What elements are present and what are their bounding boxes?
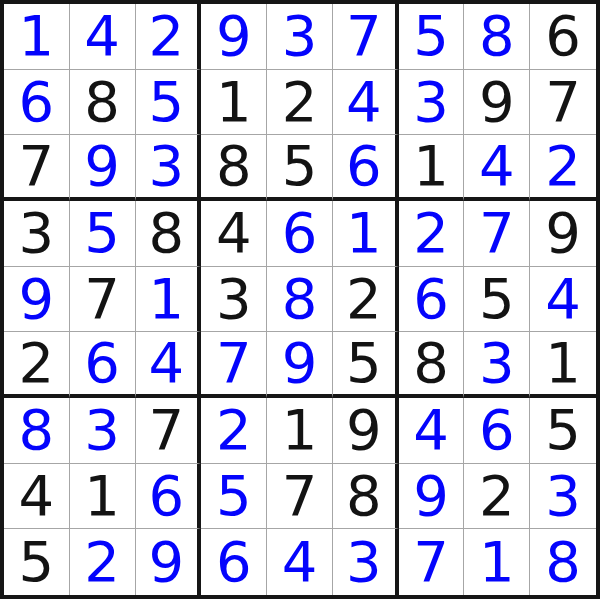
cell-r8c2[interactable]: 1 [70, 464, 136, 530]
cell-r6c4[interactable]: 7 [201, 332, 267, 398]
cell-r4c8[interactable]: 7 [464, 201, 530, 267]
cell-r6c3[interactable]: 4 [136, 332, 202, 398]
cell-r1c6[interactable]: 7 [333, 4, 399, 70]
cell-r5c5[interactable]: 8 [267, 267, 333, 333]
cell-r4c1[interactable]: 3 [4, 201, 70, 267]
sudoku-board: 1429375866851243977938561423584612799713… [0, 0, 600, 599]
cell-r5c8[interactable]: 5 [464, 267, 530, 333]
cell-r1c1[interactable]: 1 [4, 4, 70, 70]
cell-r4c2[interactable]: 5 [70, 201, 136, 267]
cell-r8c1[interactable]: 4 [4, 464, 70, 530]
cell-r3c3[interactable]: 3 [136, 135, 202, 201]
cell-r2c7[interactable]: 3 [399, 70, 465, 136]
cell-r7c7[interactable]: 4 [399, 398, 465, 464]
cell-r7c5[interactable]: 1 [267, 398, 333, 464]
cell-r4c7[interactable]: 2 [399, 201, 465, 267]
cell-r3c4[interactable]: 8 [201, 135, 267, 201]
cell-r7c1[interactable]: 8 [4, 398, 70, 464]
cell-r2c2[interactable]: 8 [70, 70, 136, 136]
cell-r5c9[interactable]: 4 [530, 267, 596, 333]
cell-r1c9[interactable]: 6 [530, 4, 596, 70]
cell-r5c2[interactable]: 7 [70, 267, 136, 333]
cell-r2c9[interactable]: 7 [530, 70, 596, 136]
cell-r4c6[interactable]: 1 [333, 201, 399, 267]
cell-r2c3[interactable]: 5 [136, 70, 202, 136]
cell-r8c4[interactable]: 5 [201, 464, 267, 530]
cell-r6c9[interactable]: 1 [530, 332, 596, 398]
cell-r8c9[interactable]: 3 [530, 464, 596, 530]
cell-r7c6[interactable]: 9 [333, 398, 399, 464]
cell-r9c3[interactable]: 9 [136, 529, 202, 595]
cell-r1c7[interactable]: 5 [399, 4, 465, 70]
cell-r3c5[interactable]: 5 [267, 135, 333, 201]
cell-r6c1[interactable]: 2 [4, 332, 70, 398]
cell-r9c9[interactable]: 8 [530, 529, 596, 595]
cell-r5c3[interactable]: 1 [136, 267, 202, 333]
cell-r8c5[interactable]: 7 [267, 464, 333, 530]
cell-r7c2[interactable]: 3 [70, 398, 136, 464]
cell-r8c6[interactable]: 8 [333, 464, 399, 530]
cell-r7c4[interactable]: 2 [201, 398, 267, 464]
cell-r2c1[interactable]: 6 [4, 70, 70, 136]
cell-r6c5[interactable]: 9 [267, 332, 333, 398]
cell-r7c9[interactable]: 5 [530, 398, 596, 464]
cell-r9c5[interactable]: 4 [267, 529, 333, 595]
cell-r9c7[interactable]: 7 [399, 529, 465, 595]
cell-r3c6[interactable]: 6 [333, 135, 399, 201]
cell-r9c8[interactable]: 1 [464, 529, 530, 595]
cell-r3c8[interactable]: 4 [464, 135, 530, 201]
cell-r5c7[interactable]: 6 [399, 267, 465, 333]
cell-r4c5[interactable]: 6 [267, 201, 333, 267]
cell-r2c8[interactable]: 9 [464, 70, 530, 136]
cell-r1c8[interactable]: 8 [464, 4, 530, 70]
cell-r8c3[interactable]: 6 [136, 464, 202, 530]
cell-r9c1[interactable]: 5 [4, 529, 70, 595]
cell-r6c7[interactable]: 8 [399, 332, 465, 398]
cell-r7c3[interactable]: 7 [136, 398, 202, 464]
cell-r3c7[interactable]: 1 [399, 135, 465, 201]
cell-r2c4[interactable]: 1 [201, 70, 267, 136]
cell-r3c9[interactable]: 2 [530, 135, 596, 201]
cell-r1c5[interactable]: 3 [267, 4, 333, 70]
cell-r4c9[interactable]: 9 [530, 201, 596, 267]
cell-r6c8[interactable]: 3 [464, 332, 530, 398]
cell-r6c2[interactable]: 6 [70, 332, 136, 398]
cell-r2c6[interactable]: 4 [333, 70, 399, 136]
cell-r9c6[interactable]: 3 [333, 529, 399, 595]
cell-r9c4[interactable]: 6 [201, 529, 267, 595]
cell-r5c6[interactable]: 2 [333, 267, 399, 333]
cell-r8c7[interactable]: 9 [399, 464, 465, 530]
cell-r2c5[interactable]: 2 [267, 70, 333, 136]
cell-r4c3[interactable]: 8 [136, 201, 202, 267]
cell-r3c1[interactable]: 7 [4, 135, 70, 201]
cell-r5c4[interactable]: 3 [201, 267, 267, 333]
cell-r7c8[interactable]: 6 [464, 398, 530, 464]
cell-r3c2[interactable]: 9 [70, 135, 136, 201]
cell-r8c8[interactable]: 2 [464, 464, 530, 530]
cell-r1c3[interactable]: 2 [136, 4, 202, 70]
cell-r9c2[interactable]: 2 [70, 529, 136, 595]
cell-r6c6[interactable]: 5 [333, 332, 399, 398]
cell-r4c4[interactable]: 4 [201, 201, 267, 267]
cell-r5c1[interactable]: 9 [4, 267, 70, 333]
cell-r1c2[interactable]: 4 [70, 4, 136, 70]
cell-r1c4[interactable]: 9 [201, 4, 267, 70]
